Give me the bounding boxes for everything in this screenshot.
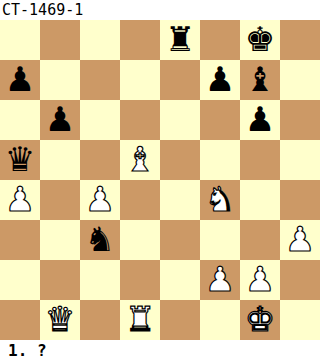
white-pawn: ♟ (245, 262, 275, 296)
square-b7[interactable] (40, 60, 80, 100)
white-king: ♚ (245, 302, 275, 336)
black-pawn: ♟ (5, 62, 35, 96)
square-a1[interactable] (0, 300, 40, 340)
square-g2[interactable]: ♟ (240, 260, 280, 300)
black-king: ♚ (245, 22, 275, 56)
square-c5[interactable] (80, 140, 120, 180)
square-c2[interactable] (80, 260, 120, 300)
white-pawn: ♟ (85, 182, 115, 216)
square-d8[interactable] (120, 20, 160, 60)
square-g8[interactable]: ♚ (240, 20, 280, 60)
square-b3[interactable] (40, 220, 80, 260)
square-e8[interactable]: ♜ (160, 20, 200, 60)
move-prompt: 1. ? (8, 341, 47, 360)
square-f8[interactable] (200, 20, 240, 60)
white-pawn: ♟ (205, 262, 235, 296)
square-f5[interactable] (200, 140, 240, 180)
square-f2[interactable]: ♟ (200, 260, 240, 300)
square-a8[interactable] (0, 20, 40, 60)
square-d1[interactable]: ♜ (120, 300, 160, 340)
square-g7[interactable]: ♝ (240, 60, 280, 100)
puzzle-title: CT-1469-1 (2, 1, 83, 19)
square-d7[interactable] (120, 60, 160, 100)
square-c6[interactable] (80, 100, 120, 140)
title-bar: CT-1469-1 (0, 0, 320, 20)
white-rook: ♜ (125, 302, 155, 336)
square-h7[interactable] (280, 60, 320, 100)
square-b8[interactable] (40, 20, 80, 60)
square-h4[interactable] (280, 180, 320, 220)
square-b1[interactable]: ♛ (40, 300, 80, 340)
square-g5[interactable] (240, 140, 280, 180)
black-queen: ♛ (5, 142, 35, 176)
square-g4[interactable] (240, 180, 280, 220)
square-c4[interactable]: ♟ (80, 180, 120, 220)
square-a5[interactable]: ♛ (0, 140, 40, 180)
square-b4[interactable] (40, 180, 80, 220)
square-c7[interactable] (80, 60, 120, 100)
square-c1[interactable] (80, 300, 120, 340)
status-bar: 1. ? (0, 340, 320, 360)
square-a4[interactable]: ♟ (0, 180, 40, 220)
square-e5[interactable] (160, 140, 200, 180)
square-d5[interactable]: ♝ (120, 140, 160, 180)
square-c8[interactable] (80, 20, 120, 60)
black-pawn: ♟ (205, 62, 235, 96)
square-d4[interactable] (120, 180, 160, 220)
square-d6[interactable] (120, 100, 160, 140)
square-e4[interactable] (160, 180, 200, 220)
square-g6[interactable]: ♟ (240, 100, 280, 140)
square-h5[interactable] (280, 140, 320, 180)
square-f3[interactable] (200, 220, 240, 260)
square-h1[interactable] (280, 300, 320, 340)
square-h2[interactable] (280, 260, 320, 300)
square-f4[interactable]: ♞ (200, 180, 240, 220)
square-e6[interactable] (160, 100, 200, 140)
white-bishop: ♝ (125, 142, 155, 176)
white-pawn: ♟ (5, 182, 35, 216)
square-f6[interactable] (200, 100, 240, 140)
square-d3[interactable] (120, 220, 160, 260)
square-a3[interactable] (0, 220, 40, 260)
square-a2[interactable] (0, 260, 40, 300)
square-b5[interactable] (40, 140, 80, 180)
black-rook: ♜ (165, 22, 195, 56)
chess-puzzle-page: CT-1469-1 ♜♚♟♟♝♟♟♛♝♟♟♞♞♟♟♟♛♜♚ 1. ? (0, 0, 320, 360)
square-h3[interactable]: ♟ (280, 220, 320, 260)
white-pawn: ♟ (285, 222, 315, 256)
square-a7[interactable]: ♟ (0, 60, 40, 100)
square-e1[interactable] (160, 300, 200, 340)
black-pawn: ♟ (45, 102, 75, 136)
square-b2[interactable] (40, 260, 80, 300)
square-f1[interactable] (200, 300, 240, 340)
square-d2[interactable] (120, 260, 160, 300)
square-e3[interactable] (160, 220, 200, 260)
square-e7[interactable] (160, 60, 200, 100)
square-h6[interactable] (280, 100, 320, 140)
black-pawn: ♟ (245, 102, 275, 136)
square-f7[interactable]: ♟ (200, 60, 240, 100)
square-h8[interactable] (280, 20, 320, 60)
chess-board: ♜♚♟♟♝♟♟♛♝♟♟♞♞♟♟♟♛♜♚ (0, 20, 320, 340)
black-knight: ♞ (85, 222, 115, 256)
square-e2[interactable] (160, 260, 200, 300)
square-b6[interactable]: ♟ (40, 100, 80, 140)
white-queen: ♛ (45, 302, 75, 336)
square-c3[interactable]: ♞ (80, 220, 120, 260)
square-g3[interactable] (240, 220, 280, 260)
square-a6[interactable] (0, 100, 40, 140)
white-knight: ♞ (205, 182, 235, 216)
square-g1[interactable]: ♚ (240, 300, 280, 340)
black-bishop: ♝ (245, 62, 275, 96)
